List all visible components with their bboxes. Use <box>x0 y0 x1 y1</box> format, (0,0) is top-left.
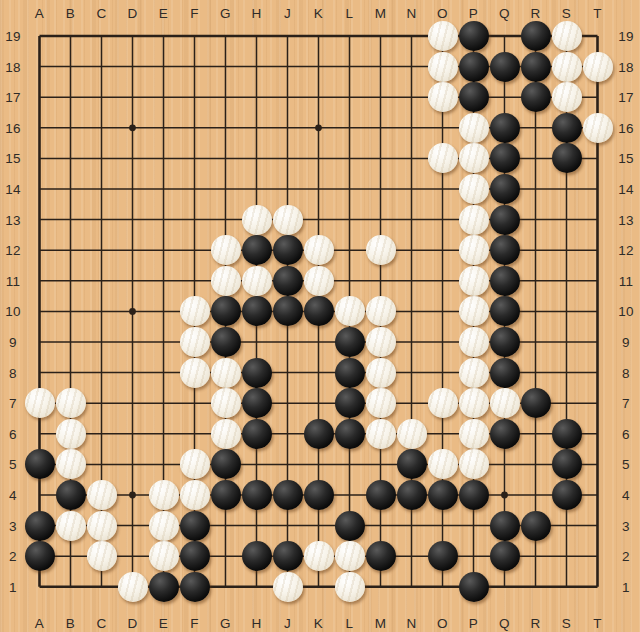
black-stone-L6 <box>335 419 365 449</box>
white-stone-K12 <box>304 235 334 265</box>
white-stone-K11 <box>304 266 334 296</box>
black-stone-H7 <box>242 388 272 418</box>
black-stone-Q8 <box>490 358 520 388</box>
white-stone-J1 <box>273 572 303 602</box>
black-stone-Q10 <box>490 296 520 326</box>
white-stone-P8 <box>459 358 489 388</box>
col-label-top-D: D <box>127 6 137 21</box>
col-label-top-P: P <box>469 6 478 21</box>
white-stone-L10 <box>335 296 365 326</box>
black-stone-P1 <box>459 572 489 602</box>
col-label-bottom-G: G <box>220 616 231 631</box>
row-label-left-3: 3 <box>9 518 17 533</box>
white-stone-M12 <box>366 235 396 265</box>
black-stone-R19 <box>521 21 551 51</box>
row-label-right-13: 13 <box>618 212 634 227</box>
black-stone-O2 <box>428 541 458 571</box>
row-label-left-6: 6 <box>9 426 17 441</box>
col-label-bottom-O: O <box>437 616 448 631</box>
black-stone-K6 <box>304 419 334 449</box>
black-stone-F3 <box>180 511 210 541</box>
white-stone-K2 <box>304 541 334 571</box>
white-stone-C2 <box>87 541 117 571</box>
white-stone-P15 <box>459 143 489 173</box>
col-label-top-H: H <box>251 6 261 21</box>
black-stone-F1 <box>180 572 210 602</box>
col-label-bottom-T: T <box>593 616 602 631</box>
row-label-right-2: 2 <box>622 549 630 564</box>
black-stone-O4 <box>428 480 458 510</box>
col-label-top-O: O <box>437 6 448 21</box>
white-stone-M7 <box>366 388 396 418</box>
black-stone-H2 <box>242 541 272 571</box>
black-stone-N4 <box>397 480 427 510</box>
row-label-left-18: 18 <box>5 59 21 74</box>
row-label-right-19: 19 <box>618 29 634 44</box>
white-stone-F9 <box>180 327 210 357</box>
row-label-left-12: 12 <box>5 243 21 258</box>
black-stone-Q11 <box>490 266 520 296</box>
col-label-top-C: C <box>96 6 106 21</box>
white-stone-C4 <box>87 480 117 510</box>
white-stone-O17 <box>428 82 458 112</box>
row-label-right-10: 10 <box>618 304 634 319</box>
white-stone-O7 <box>428 388 458 418</box>
row-label-right-14: 14 <box>618 182 634 197</box>
white-stone-E4 <box>149 480 179 510</box>
white-stone-E3 <box>149 511 179 541</box>
white-stone-T16 <box>583 113 613 143</box>
row-label-left-10: 10 <box>5 304 21 319</box>
white-stone-S19 <box>552 21 582 51</box>
white-stone-H11 <box>242 266 272 296</box>
white-stone-P6 <box>459 419 489 449</box>
black-stone-Q2 <box>490 541 520 571</box>
black-stone-J12 <box>273 235 303 265</box>
row-label-right-6: 6 <box>622 426 630 441</box>
white-stone-O19 <box>428 21 458 51</box>
white-stone-T18 <box>583 52 613 82</box>
black-stone-P19 <box>459 21 489 51</box>
row-label-left-8: 8 <box>9 365 17 380</box>
black-stone-L3 <box>335 511 365 541</box>
row-label-left-5: 5 <box>9 457 17 472</box>
white-stone-E2 <box>149 541 179 571</box>
white-stone-P9 <box>459 327 489 357</box>
white-stone-F8 <box>180 358 210 388</box>
col-label-top-J: J <box>284 6 291 21</box>
col-label-top-M: M <box>375 6 387 21</box>
col-label-top-N: N <box>406 6 416 21</box>
white-stone-L2 <box>335 541 365 571</box>
col-label-bottom-E: E <box>159 616 168 631</box>
white-stone-H13 <box>242 205 272 235</box>
col-label-top-E: E <box>159 6 168 21</box>
col-label-bottom-R: R <box>530 616 540 631</box>
black-stone-Q18 <box>490 52 520 82</box>
black-stone-R18 <box>521 52 551 82</box>
black-stone-S5 <box>552 449 582 479</box>
white-stone-N6 <box>397 419 427 449</box>
col-label-bottom-P: P <box>469 616 478 631</box>
white-stone-L1 <box>335 572 365 602</box>
col-label-bottom-F: F <box>190 616 199 631</box>
white-stone-P13 <box>459 205 489 235</box>
white-stone-A7 <box>25 388 55 418</box>
white-stone-P12 <box>459 235 489 265</box>
black-stone-S16 <box>552 113 582 143</box>
black-stone-K4 <box>304 480 334 510</box>
white-stone-S18 <box>552 52 582 82</box>
black-stone-H6 <box>242 419 272 449</box>
col-label-bottom-J: J <box>284 616 291 631</box>
black-stone-R7 <box>521 388 551 418</box>
white-stone-M10 <box>366 296 396 326</box>
black-stone-R3 <box>521 511 551 541</box>
black-stone-L8 <box>335 358 365 388</box>
col-label-top-K: K <box>314 6 323 21</box>
row-label-right-16: 16 <box>618 120 634 135</box>
row-label-right-11: 11 <box>619 273 634 288</box>
white-stone-G7 <box>211 388 241 418</box>
black-stone-H8 <box>242 358 272 388</box>
black-stone-Q14 <box>490 174 520 204</box>
row-label-left-1: 1 <box>9 579 17 594</box>
black-stone-P4 <box>459 480 489 510</box>
black-stone-P17 <box>459 82 489 112</box>
row-label-right-5: 5 <box>622 457 630 472</box>
col-label-bottom-D: D <box>127 616 137 631</box>
black-stone-Q9 <box>490 327 520 357</box>
white-stone-F5 <box>180 449 210 479</box>
black-stone-R17 <box>521 82 551 112</box>
row-label-left-19: 19 <box>5 29 21 44</box>
white-stone-C3 <box>87 511 117 541</box>
white-stone-P7 <box>459 388 489 418</box>
black-stone-S15 <box>552 143 582 173</box>
row-label-left-17: 17 <box>5 90 21 105</box>
col-label-bottom-L: L <box>346 616 354 631</box>
white-stone-B6 <box>56 419 86 449</box>
black-stone-Q15 <box>490 143 520 173</box>
white-stone-O5 <box>428 449 458 479</box>
white-stone-B3 <box>56 511 86 541</box>
col-label-top-S: S <box>562 6 571 21</box>
black-stone-Q6 <box>490 419 520 449</box>
white-stone-P16 <box>459 113 489 143</box>
row-label-right-4: 4 <box>622 488 630 503</box>
black-stone-P18 <box>459 52 489 82</box>
row-label-right-12: 12 <box>618 243 634 258</box>
col-label-bottom-H: H <box>251 616 261 631</box>
white-stone-G11 <box>211 266 241 296</box>
col-label-top-G: G <box>220 6 231 21</box>
white-stone-G12 <box>211 235 241 265</box>
white-stone-F10 <box>180 296 210 326</box>
white-stone-M6 <box>366 419 396 449</box>
col-label-bottom-S: S <box>562 616 571 631</box>
black-stone-J2 <box>273 541 303 571</box>
white-stone-M8 <box>366 358 396 388</box>
black-stone-K10 <box>304 296 334 326</box>
row-label-left-4: 4 <box>9 488 17 503</box>
black-stone-S4 <box>552 480 582 510</box>
black-stone-G5 <box>211 449 241 479</box>
row-label-left-14: 14 <box>5 182 21 197</box>
col-label-top-Q: Q <box>499 6 510 21</box>
col-label-bottom-N: N <box>406 616 416 631</box>
row-label-left-16: 16 <box>5 120 21 135</box>
black-stone-G4 <box>211 480 241 510</box>
white-stone-F4 <box>180 480 210 510</box>
black-stone-E1 <box>149 572 179 602</box>
row-label-left-9: 9 <box>9 335 17 350</box>
row-label-left-2: 2 <box>9 549 17 564</box>
black-stone-H4 <box>242 480 272 510</box>
white-stone-M9 <box>366 327 396 357</box>
black-stone-Q12 <box>490 235 520 265</box>
row-label-left-15: 15 <box>5 151 21 166</box>
white-stone-J13 <box>273 205 303 235</box>
black-stone-A5 <box>25 449 55 479</box>
row-label-right-15: 15 <box>618 151 634 166</box>
row-label-right-8: 8 <box>622 365 630 380</box>
col-label-top-F: F <box>190 6 199 21</box>
row-label-left-11: 11 <box>6 273 21 288</box>
black-stone-Q13 <box>490 205 520 235</box>
black-stone-J4 <box>273 480 303 510</box>
white-stone-Q7 <box>490 388 520 418</box>
go-board[interactable]: AABBCCDDEEFFGGHHJJKKLLMMNNOOPPQQRRSSTT19… <box>0 0 640 632</box>
black-stone-H12 <box>242 235 272 265</box>
col-label-top-L: L <box>346 6 354 21</box>
white-stone-O18 <box>428 52 458 82</box>
col-label-top-T: T <box>593 6 602 21</box>
black-stone-S6 <box>552 419 582 449</box>
black-stone-L7 <box>335 388 365 418</box>
row-label-right-7: 7 <box>622 396 630 411</box>
white-stone-D1 <box>118 572 148 602</box>
white-stone-P10 <box>459 296 489 326</box>
black-stone-M2 <box>366 541 396 571</box>
white-stone-P11 <box>459 266 489 296</box>
black-stone-A3 <box>25 511 55 541</box>
black-stone-L9 <box>335 327 365 357</box>
white-stone-P5 <box>459 449 489 479</box>
row-label-right-1: 1 <box>622 579 630 594</box>
col-label-bottom-B: B <box>66 616 75 631</box>
row-label-right-9: 9 <box>622 335 630 350</box>
row-label-right-18: 18 <box>618 59 634 74</box>
white-stone-P14 <box>459 174 489 204</box>
col-label-bottom-A: A <box>35 616 44 631</box>
white-stone-B5 <box>56 449 86 479</box>
row-label-right-17: 17 <box>618 90 634 105</box>
black-stone-J11 <box>273 266 303 296</box>
black-stone-G9 <box>211 327 241 357</box>
black-stone-M4 <box>366 480 396 510</box>
black-stone-J10 <box>273 296 303 326</box>
black-stone-B4 <box>56 480 86 510</box>
white-stone-S17 <box>552 82 582 112</box>
col-label-top-A: A <box>35 6 44 21</box>
white-stone-G6 <box>211 419 241 449</box>
white-stone-O15 <box>428 143 458 173</box>
row-label-left-13: 13 <box>5 212 21 227</box>
black-stone-Q3 <box>490 511 520 541</box>
white-stone-G8 <box>211 358 241 388</box>
col-label-bottom-Q: Q <box>499 616 510 631</box>
black-stone-Q16 <box>490 113 520 143</box>
black-stone-N5 <box>397 449 427 479</box>
row-label-right-3: 3 <box>622 518 630 533</box>
col-label-bottom-M: M <box>375 616 387 631</box>
black-stone-H10 <box>242 296 272 326</box>
black-stone-G10 <box>211 296 241 326</box>
col-label-top-R: R <box>530 6 540 21</box>
col-label-top-B: B <box>66 6 75 21</box>
col-label-bottom-K: K <box>314 616 323 631</box>
white-stone-B7 <box>56 388 86 418</box>
black-stone-A2 <box>25 541 55 571</box>
row-label-left-7: 7 <box>9 396 17 411</box>
col-label-bottom-C: C <box>96 616 106 631</box>
black-stone-F2 <box>180 541 210 571</box>
